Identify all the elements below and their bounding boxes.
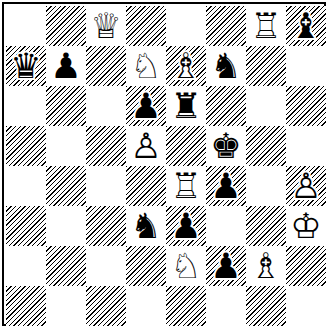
piece-black-queen[interactable]: ♛ <box>6 46 46 86</box>
piece-white-knight[interactable]: ♘ <box>126 46 166 86</box>
piece-white-rook[interactable]: ♖ <box>246 6 286 46</box>
square-e7[interactable]: ♝♗ <box>166 46 206 86</box>
square-h6[interactable] <box>286 86 326 126</box>
square-e6[interactable]: ♜♜ <box>166 86 206 126</box>
square-b3[interactable] <box>46 206 86 246</box>
square-a3[interactable] <box>6 206 46 246</box>
square-a6[interactable] <box>6 86 46 126</box>
square-d2[interactable] <box>126 246 166 286</box>
square-a5[interactable] <box>6 126 46 166</box>
piece-black-rook[interactable]: ♜ <box>166 86 206 126</box>
square-f6[interactable] <box>206 86 246 126</box>
square-g7[interactable] <box>246 46 286 86</box>
piece-white-pawn[interactable]: ♙ <box>126 126 166 166</box>
square-h2[interactable] <box>286 246 326 286</box>
square-g6[interactable] <box>246 86 286 126</box>
piece-white-rook[interactable]: ♖ <box>166 166 206 206</box>
square-c6[interactable] <box>86 86 126 126</box>
square-a2[interactable] <box>6 246 46 286</box>
square-h1[interactable] <box>286 286 326 326</box>
square-d5[interactable]: ♟♙ <box>126 126 166 166</box>
square-c8[interactable]: ♛♕ <box>86 6 126 46</box>
piece-black-pawn[interactable]: ♟ <box>126 86 166 126</box>
square-a1[interactable] <box>6 286 46 326</box>
chess-board: ♛♕♜♖♝♝♛♛♟♟♞♘♝♗♞♞♟♟♜♜♟♙♚♚♜♖♟♟♟♙♞♞♟♟♚♔♞♘♟♟… <box>6 6 326 326</box>
square-e8[interactable] <box>166 6 206 46</box>
square-f1[interactable] <box>206 286 246 326</box>
square-b7[interactable]: ♟♟ <box>46 46 86 86</box>
square-b4[interactable] <box>46 166 86 206</box>
square-h3[interactable]: ♚♔ <box>286 206 326 246</box>
square-c7[interactable] <box>86 46 126 86</box>
piece-white-king[interactable]: ♔ <box>286 206 326 246</box>
piece-white-bishop[interactable]: ♗ <box>246 246 286 286</box>
square-e4[interactable]: ♜♖ <box>166 166 206 206</box>
piece-black-pawn[interactable]: ♟ <box>166 206 206 246</box>
square-e3[interactable]: ♟♟ <box>166 206 206 246</box>
square-d6[interactable]: ♟♟ <box>126 86 166 126</box>
square-f8[interactable] <box>206 6 246 46</box>
square-a8[interactable] <box>6 6 46 46</box>
square-d8[interactable] <box>126 6 166 46</box>
square-d7[interactable]: ♞♘ <box>126 46 166 86</box>
square-a4[interactable] <box>6 166 46 206</box>
square-e2[interactable]: ♞♘ <box>166 246 206 286</box>
square-c1[interactable] <box>86 286 126 326</box>
square-c5[interactable] <box>86 126 126 166</box>
square-g8[interactable]: ♜♖ <box>246 6 286 46</box>
square-c3[interactable] <box>86 206 126 246</box>
square-g2[interactable]: ♝♗ <box>246 246 286 286</box>
square-f4[interactable]: ♟♟ <box>206 166 246 206</box>
square-e1[interactable] <box>166 286 206 326</box>
square-b6[interactable] <box>46 86 86 126</box>
piece-white-bishop[interactable]: ♗ <box>166 46 206 86</box>
piece-black-bishop[interactable]: ♝ <box>286 6 326 46</box>
square-b5[interactable] <box>46 126 86 166</box>
square-h8[interactable]: ♝♝ <box>286 6 326 46</box>
piece-black-knight[interactable]: ♞ <box>206 46 246 86</box>
square-g5[interactable] <box>246 126 286 166</box>
square-f3[interactable] <box>206 206 246 246</box>
square-f5[interactable]: ♚♚ <box>206 126 246 166</box>
piece-white-queen[interactable]: ♕ <box>86 6 126 46</box>
piece-white-pawn[interactable]: ♙ <box>286 166 326 206</box>
square-a7[interactable]: ♛♛ <box>6 46 46 86</box>
square-g1[interactable] <box>246 286 286 326</box>
square-f2[interactable]: ♟♟ <box>206 246 246 286</box>
square-d4[interactable] <box>126 166 166 206</box>
square-g3[interactable] <box>246 206 286 246</box>
piece-black-knight[interactable]: ♞ <box>126 206 166 246</box>
piece-black-pawn[interactable]: ♟ <box>206 246 246 286</box>
square-h7[interactable] <box>286 46 326 86</box>
square-c2[interactable] <box>86 246 126 286</box>
square-b2[interactable] <box>46 246 86 286</box>
piece-white-knight[interactable]: ♘ <box>166 246 206 286</box>
square-f7[interactable]: ♞♞ <box>206 46 246 86</box>
square-g4[interactable] <box>246 166 286 206</box>
square-b1[interactable] <box>46 286 86 326</box>
piece-black-king[interactable]: ♚ <box>206 126 246 166</box>
square-e5[interactable] <box>166 126 206 166</box>
square-c4[interactable] <box>86 166 126 206</box>
square-d3[interactable]: ♞♞ <box>126 206 166 246</box>
chess-diagram: ♛♕♜♖♝♝♛♛♟♟♞♘♝♗♞♞♟♟♜♜♟♙♚♚♜♖♟♟♟♙♞♞♟♟♚♔♞♘♟♟… <box>0 0 332 332</box>
piece-black-pawn[interactable]: ♟ <box>206 166 246 206</box>
piece-black-pawn[interactable]: ♟ <box>46 46 86 86</box>
square-h5[interactable] <box>286 126 326 166</box>
square-d1[interactable] <box>126 286 166 326</box>
square-b8[interactable] <box>46 6 86 46</box>
square-h4[interactable]: ♟♙ <box>286 166 326 206</box>
